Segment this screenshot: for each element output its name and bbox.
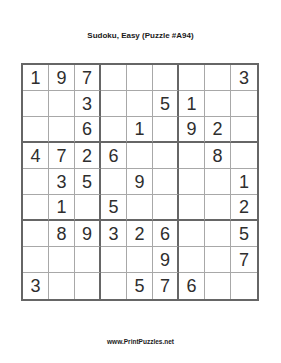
cell-r1c8[interactable] [205,65,231,91]
cell-r9c7[interactable]: 6 [179,273,205,299]
cell-r9c3[interactable] [75,273,101,299]
cell-r8c7[interactable] [179,247,205,273]
cell-r4c6[interactable] [153,143,179,169]
cell-r9c8[interactable] [205,273,231,299]
cell-r3c3[interactable]: 6 [75,117,101,143]
cell-r6c1[interactable] [23,195,49,221]
puzzle-title: Sudoku, Easy (Puzzle #A94) [0,31,281,40]
cell-r5c1[interactable] [23,169,49,195]
cell-r4c8[interactable]: 8 [205,143,231,169]
cell-r6c6[interactable] [153,195,179,221]
cell-r9c2[interactable] [49,273,75,299]
cell-r5c3[interactable]: 5 [75,169,101,195]
cell-r1c4[interactable] [101,65,127,91]
cell-r4c7[interactable] [179,143,205,169]
cell-r2c8[interactable] [205,91,231,117]
cell-r5c8[interactable] [205,169,231,195]
cell-r2c7[interactable]: 1 [179,91,205,117]
cell-r3c9[interactable] [231,117,257,143]
cell-r7c3[interactable]: 9 [75,221,101,247]
cell-r4c9[interactable] [231,143,257,169]
cell-r2c3[interactable]: 3 [75,91,101,117]
cell-r7c2[interactable]: 8 [49,221,75,247]
cell-r8c9[interactable]: 7 [231,247,257,273]
cell-r5c2[interactable]: 3 [49,169,75,195]
cell-r1c9[interactable]: 3 [231,65,257,91]
cell-r8c6[interactable]: 9 [153,247,179,273]
cell-r4c1[interactable]: 4 [23,143,49,169]
cell-r7c7[interactable] [179,221,205,247]
cell-r5c4[interactable] [101,169,127,195]
cell-r9c9[interactable] [231,273,257,299]
cell-r6c9[interactable]: 2 [231,195,257,221]
cell-r7c8[interactable] [205,221,231,247]
cell-r2c2[interactable] [49,91,75,117]
cell-r6c3[interactable] [75,195,101,221]
cell-r1c5[interactable] [127,65,153,91]
cell-r5c6[interactable] [153,169,179,195]
cell-r3c6[interactable] [153,117,179,143]
cell-r4c2[interactable]: 7 [49,143,75,169]
cell-r5c9[interactable]: 1 [231,169,257,195]
cell-r3c1[interactable] [23,117,49,143]
cell-r2c4[interactable] [101,91,127,117]
cell-r4c3[interactable]: 2 [75,143,101,169]
cell-r1c6[interactable] [153,65,179,91]
cell-r4c5[interactable] [127,143,153,169]
sudoku-grid: 19733516192472683591152893265973576 [21,63,259,301]
cell-r7c9[interactable]: 5 [231,221,257,247]
cell-r2c6[interactable]: 5 [153,91,179,117]
cell-r8c8[interactable] [205,247,231,273]
cell-r1c1[interactable]: 1 [23,65,49,91]
cell-r2c1[interactable] [23,91,49,117]
cell-r9c6[interactable]: 7 [153,273,179,299]
cell-r7c1[interactable] [23,221,49,247]
cell-r6c5[interactable] [127,195,153,221]
cell-r7c4[interactable]: 3 [101,221,127,247]
cell-r2c5[interactable] [127,91,153,117]
cell-r9c1[interactable]: 3 [23,273,49,299]
cell-r8c2[interactable] [49,247,75,273]
cell-r5c5[interactable]: 9 [127,169,153,195]
cell-r9c5[interactable]: 5 [127,273,153,299]
cell-r8c3[interactable] [75,247,101,273]
cell-r8c4[interactable] [101,247,127,273]
puzzle-page: Sudoku, Easy (Puzzle #A94) 1973351619247… [0,0,281,363]
cell-r6c2[interactable]: 1 [49,195,75,221]
cell-r8c1[interactable] [23,247,49,273]
cell-r3c4[interactable] [101,117,127,143]
cell-r6c8[interactable] [205,195,231,221]
cell-r5c7[interactable] [179,169,205,195]
cell-r1c7[interactable] [179,65,205,91]
cell-r3c5[interactable]: 1 [127,117,153,143]
cell-r7c5[interactable]: 2 [127,221,153,247]
cell-r9c4[interactable] [101,273,127,299]
cell-r3c8[interactable]: 2 [205,117,231,143]
cell-r6c4[interactable]: 5 [101,195,127,221]
cell-r4c4[interactable]: 6 [101,143,127,169]
cell-r2c9[interactable] [231,91,257,117]
cell-r1c3[interactable]: 7 [75,65,101,91]
cell-r8c5[interactable] [127,247,153,273]
cell-r1c2[interactable]: 9 [49,65,75,91]
cell-r6c7[interactable] [179,195,205,221]
cell-r3c2[interactable] [49,117,75,143]
site-credit: www.PrintPuzzles.net [0,338,281,345]
cell-r3c7[interactable]: 9 [179,117,205,143]
cell-r7c6[interactable]: 6 [153,221,179,247]
